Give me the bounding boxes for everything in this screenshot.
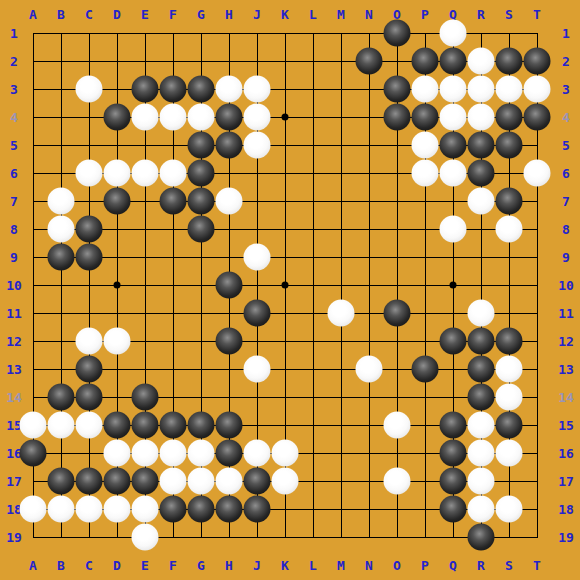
col-label-top-B: B: [57, 8, 65, 21]
black-stone-E15: [132, 412, 159, 439]
white-stone-F17: [160, 468, 187, 495]
white-stone-H17: [216, 468, 243, 495]
star-point-K10: [282, 282, 289, 289]
white-stone-R16: [468, 440, 495, 467]
black-stone-C14: [76, 384, 103, 411]
white-stone-S16: [496, 440, 523, 467]
white-stone-C3: [76, 76, 103, 103]
white-stone-R15: [468, 412, 495, 439]
black-stone-Q5: [440, 132, 467, 159]
black-stone-G7: [188, 188, 215, 215]
white-stone-G4: [188, 104, 215, 131]
white-stone-Q3: [440, 76, 467, 103]
col-label-bottom-A: A: [29, 559, 37, 572]
white-stone-R2: [468, 48, 495, 75]
black-stone-P2: [412, 48, 439, 75]
col-label-bottom-L: L: [309, 559, 317, 572]
black-stone-R6: [468, 160, 495, 187]
black-stone-H10: [216, 272, 243, 299]
row-label-right-5: 5: [562, 139, 570, 152]
col-label-bottom-O: O: [393, 559, 401, 572]
row-label-right-2: 2: [562, 55, 570, 68]
col-label-top-J: J: [253, 8, 261, 21]
black-stone-Q15: [440, 412, 467, 439]
row-label-left-10: 10: [6, 279, 22, 292]
goban[interactable]: AABBCCDDEEFFGGHHJJKKLLMMNNOOPPQQRRSSTT11…: [0, 0, 580, 580]
col-label-top-N: N: [365, 8, 373, 21]
col-label-top-S: S: [505, 8, 513, 21]
white-stone-G17: [188, 468, 215, 495]
white-stone-P5: [412, 132, 439, 159]
black-stone-B9: [48, 244, 75, 271]
white-stone-C15: [76, 412, 103, 439]
black-stone-H4: [216, 104, 243, 131]
star-point-Q10: [450, 282, 457, 289]
col-label-bottom-F: F: [169, 559, 177, 572]
row-label-left-5: 5: [10, 139, 18, 152]
col-label-top-G: G: [197, 8, 205, 21]
row-label-left-7: 7: [10, 195, 18, 208]
row-label-left-6: 6: [10, 167, 18, 180]
white-stone-E18: [132, 496, 159, 523]
col-label-bottom-P: P: [421, 559, 429, 572]
white-stone-D12: [104, 328, 131, 355]
black-stone-C17: [76, 468, 103, 495]
black-stone-P13: [412, 356, 439, 383]
black-stone-Q18: [440, 496, 467, 523]
black-stone-F15: [160, 412, 187, 439]
white-stone-Q4: [440, 104, 467, 131]
col-label-bottom-E: E: [141, 559, 149, 572]
black-stone-S5: [496, 132, 523, 159]
white-stone-Q6: [440, 160, 467, 187]
white-stone-B18: [48, 496, 75, 523]
white-stone-E16: [132, 440, 159, 467]
black-stone-J17: [244, 468, 271, 495]
col-label-top-A: A: [29, 8, 37, 21]
black-stone-Q16: [440, 440, 467, 467]
black-stone-S2: [496, 48, 523, 75]
white-stone-K17: [272, 468, 299, 495]
black-stone-D17: [104, 468, 131, 495]
row-label-right-16: 16: [558, 447, 574, 460]
white-stone-J4: [244, 104, 271, 131]
white-stone-H3: [216, 76, 243, 103]
col-label-bottom-K: K: [281, 559, 289, 572]
white-stone-D6: [104, 160, 131, 187]
col-label-bottom-T: T: [533, 559, 541, 572]
go-board: AABBCCDDEEFFGGHHJJKKLLMMNNOOPPQQRRSSTT11…: [0, 0, 580, 580]
col-label-bottom-N: N: [365, 559, 373, 572]
white-stone-B15: [48, 412, 75, 439]
white-stone-S18: [496, 496, 523, 523]
col-label-top-F: F: [169, 8, 177, 21]
col-label-top-T: T: [533, 8, 541, 21]
row-label-left-12: 12: [6, 335, 22, 348]
white-stone-E6: [132, 160, 159, 187]
white-stone-T6: [524, 160, 551, 187]
col-label-bottom-J: J: [253, 559, 261, 572]
col-label-bottom-H: H: [225, 559, 233, 572]
white-stone-F4: [160, 104, 187, 131]
black-stone-O4: [384, 104, 411, 131]
black-stone-G8: [188, 216, 215, 243]
row-label-right-13: 13: [558, 363, 574, 376]
row-label-right-6: 6: [562, 167, 570, 180]
white-stone-R11: [468, 300, 495, 327]
white-stone-E19: [132, 524, 159, 551]
row-label-right-17: 17: [558, 475, 574, 488]
white-stone-R4: [468, 104, 495, 131]
row-label-right-14: 14: [558, 391, 574, 404]
black-stone-R13: [468, 356, 495, 383]
black-stone-T2: [524, 48, 551, 75]
black-stone-S7: [496, 188, 523, 215]
black-stone-H18: [216, 496, 243, 523]
white-stone-O15: [384, 412, 411, 439]
col-label-top-E: E: [141, 8, 149, 21]
white-stone-F16: [160, 440, 187, 467]
white-stone-D18: [104, 496, 131, 523]
row-label-right-19: 19: [558, 531, 574, 544]
black-stone-A16: [20, 440, 47, 467]
col-label-top-R: R: [477, 8, 485, 21]
black-stone-R14: [468, 384, 495, 411]
white-stone-C18: [76, 496, 103, 523]
row-label-right-1: 1: [562, 27, 570, 40]
black-stone-G5: [188, 132, 215, 159]
row-label-left-2: 2: [10, 55, 18, 68]
row-label-right-18: 18: [558, 503, 574, 516]
col-label-top-P: P: [421, 8, 429, 21]
black-stone-Q17: [440, 468, 467, 495]
black-stone-F7: [160, 188, 187, 215]
row-label-right-12: 12: [558, 335, 574, 348]
black-stone-O3: [384, 76, 411, 103]
row-label-left-19: 19: [6, 531, 22, 544]
black-stone-D15: [104, 412, 131, 439]
white-stone-J13: [244, 356, 271, 383]
white-stone-P3: [412, 76, 439, 103]
white-stone-R17: [468, 468, 495, 495]
white-stone-Q1: [440, 20, 467, 47]
white-stone-F6: [160, 160, 187, 187]
white-stone-S3: [496, 76, 523, 103]
col-label-top-C: C: [85, 8, 93, 21]
black-stone-G18: [188, 496, 215, 523]
col-label-bottom-R: R: [477, 559, 485, 572]
black-stone-Q12: [440, 328, 467, 355]
col-label-top-K: K: [281, 8, 289, 21]
col-label-bottom-B: B: [57, 559, 65, 572]
black-stone-B14: [48, 384, 75, 411]
white-stone-O17: [384, 468, 411, 495]
row-label-left-8: 8: [10, 223, 18, 236]
black-stone-F18: [160, 496, 187, 523]
col-label-bottom-M: M: [337, 559, 345, 572]
black-stone-J18: [244, 496, 271, 523]
black-stone-J11: [244, 300, 271, 327]
white-stone-T3: [524, 76, 551, 103]
white-stone-J5: [244, 132, 271, 159]
black-stone-H16: [216, 440, 243, 467]
black-stone-E3: [132, 76, 159, 103]
col-label-bottom-S: S: [505, 559, 513, 572]
black-stone-G6: [188, 160, 215, 187]
white-stone-E4: [132, 104, 159, 131]
col-label-top-M: M: [337, 8, 345, 21]
white-stone-Q8: [440, 216, 467, 243]
black-stone-E17: [132, 468, 159, 495]
white-stone-A15: [20, 412, 47, 439]
white-stone-S13: [496, 356, 523, 383]
col-label-bottom-Q: Q: [449, 559, 457, 572]
black-stone-S12: [496, 328, 523, 355]
black-stone-F3: [160, 76, 187, 103]
col-label-top-D: D: [113, 8, 121, 21]
black-stone-B17: [48, 468, 75, 495]
white-stone-B7: [48, 188, 75, 215]
white-stone-R7: [468, 188, 495, 215]
row-label-left-17: 17: [6, 475, 22, 488]
black-stone-C13: [76, 356, 103, 383]
white-stone-K16: [272, 440, 299, 467]
row-label-right-11: 11: [558, 307, 574, 320]
row-label-right-15: 15: [558, 419, 574, 432]
white-stone-B8: [48, 216, 75, 243]
black-stone-S15: [496, 412, 523, 439]
black-stone-O1: [384, 20, 411, 47]
star-point-D10: [114, 282, 121, 289]
black-stone-H12: [216, 328, 243, 355]
row-label-left-13: 13: [6, 363, 22, 376]
white-stone-S14: [496, 384, 523, 411]
black-stone-D7: [104, 188, 131, 215]
black-stone-H15: [216, 412, 243, 439]
white-stone-G16: [188, 440, 215, 467]
white-stone-J16: [244, 440, 271, 467]
black-stone-D4: [104, 104, 131, 131]
black-stone-R12: [468, 328, 495, 355]
col-label-bottom-D: D: [113, 559, 121, 572]
black-stone-G15: [188, 412, 215, 439]
black-stone-R19: [468, 524, 495, 551]
col-label-bottom-G: G: [197, 559, 205, 572]
star-point-K4: [282, 114, 289, 121]
black-stone-P4: [412, 104, 439, 131]
white-stone-S8: [496, 216, 523, 243]
black-stone-C9: [76, 244, 103, 271]
col-label-bottom-C: C: [85, 559, 93, 572]
row-label-right-9: 9: [562, 251, 570, 264]
row-label-left-3: 3: [10, 83, 18, 96]
row-label-left-14: 14: [6, 391, 22, 404]
row-label-left-11: 11: [6, 307, 22, 320]
black-stone-H5: [216, 132, 243, 159]
white-stone-D16: [104, 440, 131, 467]
black-stone-E14: [132, 384, 159, 411]
white-stone-C12: [76, 328, 103, 355]
row-label-left-9: 9: [10, 251, 18, 264]
col-label-top-H: H: [225, 8, 233, 21]
col-label-top-L: L: [309, 8, 317, 21]
black-stone-Q2: [440, 48, 467, 75]
row-label-right-10: 10: [558, 279, 574, 292]
row-label-left-1: 1: [10, 27, 18, 40]
row-label-right-4: 4: [562, 111, 570, 124]
white-stone-M11: [328, 300, 355, 327]
black-stone-C8: [76, 216, 103, 243]
white-stone-J3: [244, 76, 271, 103]
black-stone-G3: [188, 76, 215, 103]
black-stone-T4: [524, 104, 551, 131]
white-stone-R3: [468, 76, 495, 103]
row-label-right-7: 7: [562, 195, 570, 208]
white-stone-C6: [76, 160, 103, 187]
black-stone-O11: [384, 300, 411, 327]
black-stone-N2: [356, 48, 383, 75]
black-stone-S4: [496, 104, 523, 131]
row-label-left-4: 4: [10, 111, 18, 124]
white-stone-J9: [244, 244, 271, 271]
row-label-right-3: 3: [562, 83, 570, 96]
white-stone-R18: [468, 496, 495, 523]
white-stone-H7: [216, 188, 243, 215]
white-stone-P6: [412, 160, 439, 187]
white-stone-A18: [20, 496, 47, 523]
row-label-right-8: 8: [562, 223, 570, 236]
white-stone-N13: [356, 356, 383, 383]
black-stone-R5: [468, 132, 495, 159]
